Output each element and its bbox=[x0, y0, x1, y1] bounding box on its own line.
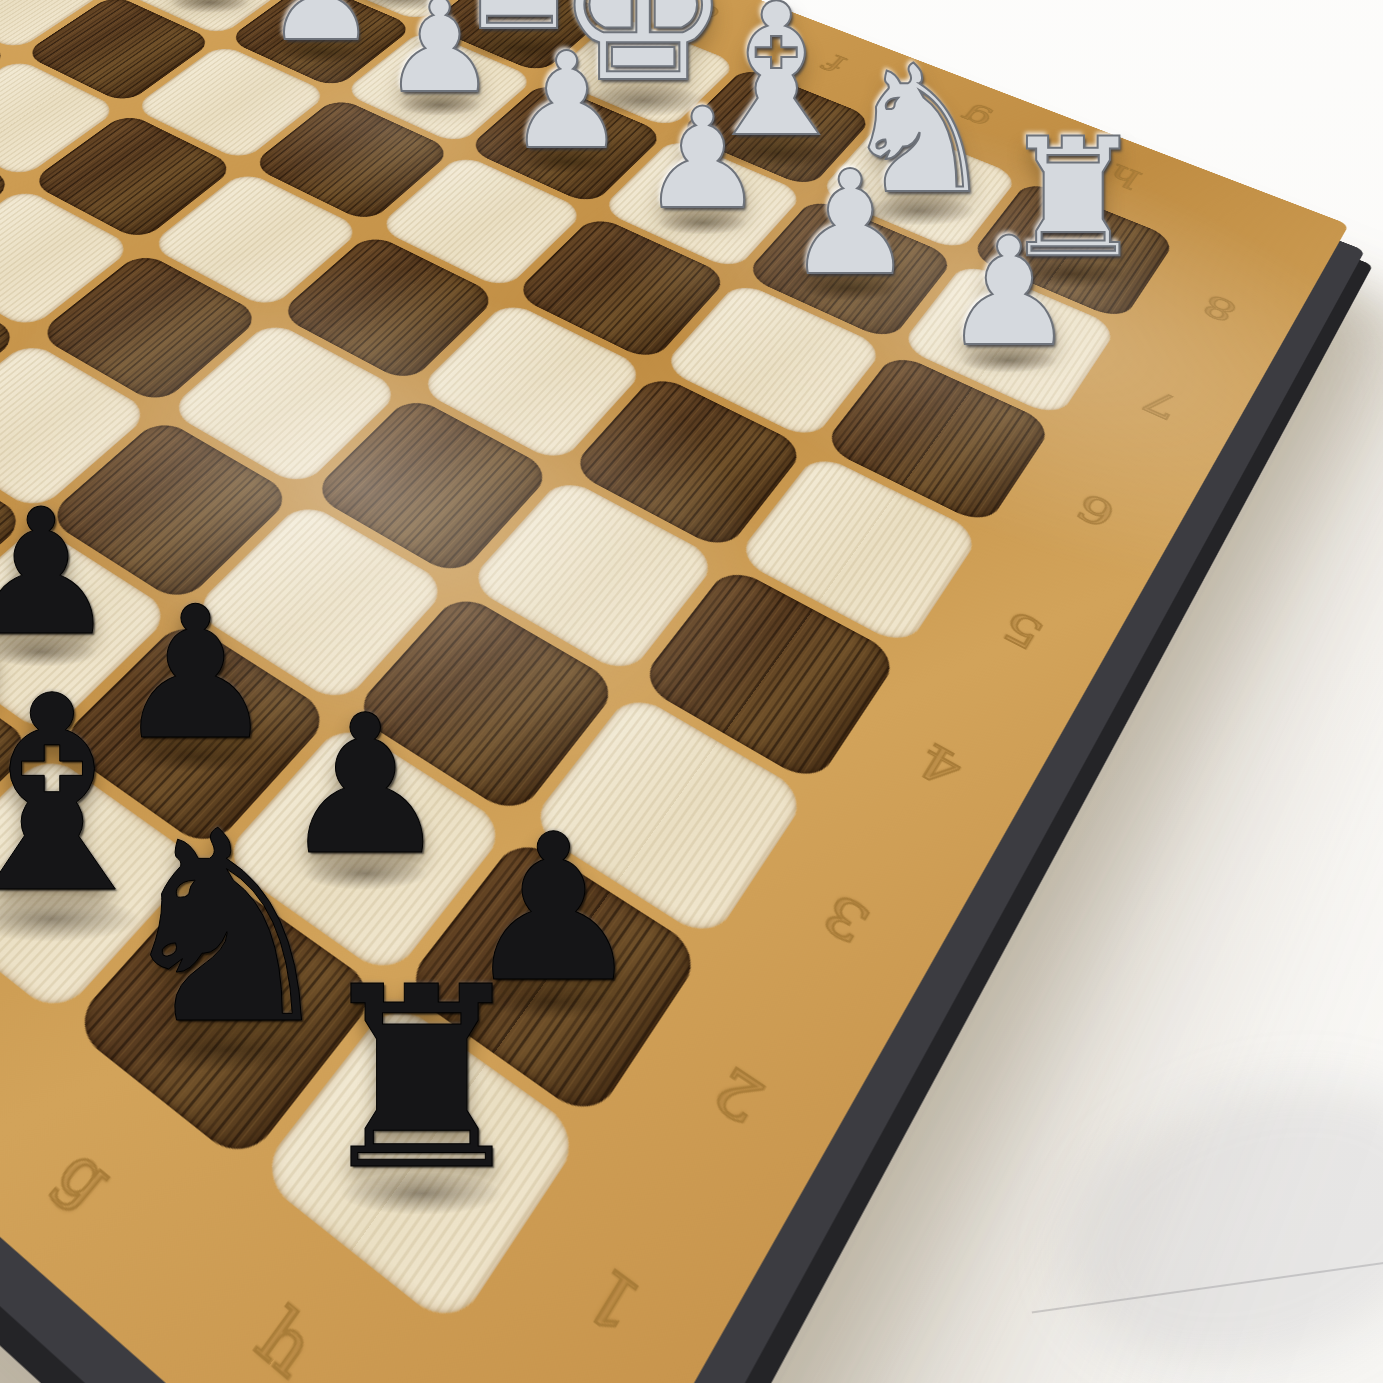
silver-pawn-b7[interactable]: ♟ bbox=[150, 0, 270, 8]
pawn-icon: ♟ bbox=[150, 0, 270, 8]
pawn-icon: ♟ bbox=[500, 35, 633, 168]
black-rook-h1[interactable]: ♜ bbox=[296, 954, 547, 1205]
silver-pawn-e7[interactable]: ♟ bbox=[500, 35, 633, 168]
silver-pawn-f7[interactable]: ♟ bbox=[633, 90, 772, 229]
silver-pawn-g7[interactable]: ♟ bbox=[778, 151, 922, 295]
silver-pawn-c7[interactable]: ♟ bbox=[259, 0, 383, 58]
pawn-icon: ♟ bbox=[259, 0, 383, 58]
pawn-icon: ♟ bbox=[934, 217, 1084, 367]
silver-pawn-d7[interactable]: ♟ bbox=[375, 0, 504, 111]
pawn-icon: ♟ bbox=[633, 90, 772, 229]
pawn-icon: ♟ bbox=[778, 151, 922, 295]
rook-icon: ♜ bbox=[296, 954, 547, 1205]
pawn-icon: ♟ bbox=[375, 0, 504, 111]
photo-backdrop: abcdefgh abcdefgh 87654321 87654321 ♜♞♝♛… bbox=[0, 0, 1383, 1383]
pieces-layer: ♜♞♝♛♚♝♞♜♟♟♟♟♟♟♟♟♟♟♟♟♟♟♟♟♜♞♝♛♚♝♞♜ bbox=[0, 0, 1383, 1383]
silver-pawn-h7[interactable]: ♟ bbox=[934, 217, 1084, 367]
